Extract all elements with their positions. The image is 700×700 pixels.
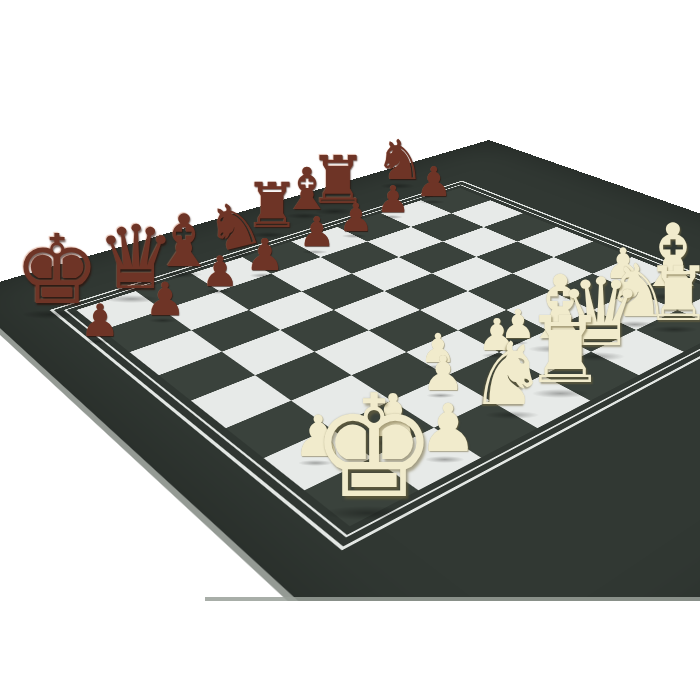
board-sheet-clip	[0, 0, 700, 601]
chess-board	[0, 150, 700, 601]
chess-set-photo: ♚♛♝♞♜♝♜♞♟♟♟♟♟♟♟♟♚♛♜♜♞♞♝♝♟♟♟♟♟♟♟♟	[0, 0, 700, 700]
